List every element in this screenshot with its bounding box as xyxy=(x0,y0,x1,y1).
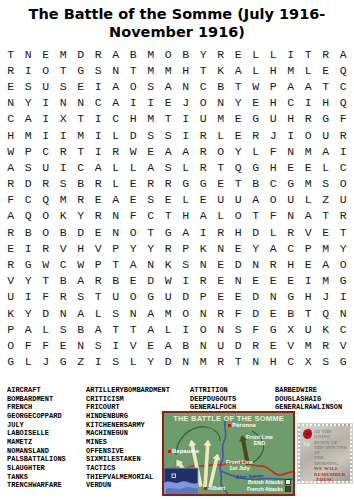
page-title: The Battle of the Somme (July 1916-Novem… xyxy=(0,5,354,41)
grid-cell: E xyxy=(265,305,283,321)
grid-cell: A xyxy=(2,159,20,175)
grid-cell: Y xyxy=(20,273,38,289)
grid-cell: U xyxy=(282,192,300,208)
grid-cell: M xyxy=(72,127,90,143)
grid-cell: N xyxy=(195,305,213,321)
grid-cell: G xyxy=(72,62,90,78)
grid-cell: T xyxy=(37,273,55,289)
grid-cell: R xyxy=(212,354,230,370)
grid-cell: R xyxy=(335,208,353,224)
grid-cell: A xyxy=(107,192,125,208)
grid-cell: M xyxy=(317,273,335,289)
battle-map: THE BATTLE OF THE SOMME Péronne Bapaume … xyxy=(162,411,295,496)
grid-cell: E xyxy=(142,143,160,159)
grid-cell: E xyxy=(230,46,248,62)
grid-cell: S xyxy=(177,256,195,272)
grid-cell: R xyxy=(300,111,318,127)
grid-cell: C xyxy=(335,159,353,175)
grid-cell: O xyxy=(160,46,178,62)
grid-cell: M xyxy=(300,143,318,159)
grid-cell: B xyxy=(177,46,195,62)
grid-cell: E xyxy=(212,256,230,272)
grid-cell: I xyxy=(20,240,38,256)
grid-cell: V xyxy=(90,240,108,256)
grid-cell: U xyxy=(107,289,125,305)
grid-cell: A xyxy=(72,305,90,321)
grid-cell: G xyxy=(265,321,283,337)
grid-cell: A xyxy=(177,143,195,159)
grid-cell: M xyxy=(282,62,300,78)
grid-cell: D xyxy=(72,46,90,62)
grid-cell: T xyxy=(335,224,353,240)
grid-cell: N xyxy=(212,321,230,337)
grid-cell: H xyxy=(265,159,283,175)
grid-cell: E xyxy=(2,240,20,256)
word-list-item: GEORGECOPPARD xyxy=(7,412,66,421)
grid-cell: R xyxy=(37,176,55,192)
grid-cell: E xyxy=(72,78,90,94)
grid-cell: Q xyxy=(20,208,38,224)
town-albert: Albert xyxy=(204,485,225,491)
word-list-item: DEEPDUGOUTS xyxy=(190,395,236,404)
grid-cell: S xyxy=(72,289,90,305)
stamp-text: AT THE GOING DOWN OF THE SUN AND IN THE … xyxy=(314,429,349,480)
grid-cell: T xyxy=(90,289,108,305)
grid-cell: I xyxy=(37,111,55,127)
worksheet-page: The Battle of the Somme (July 1916-Novem… xyxy=(0,0,354,500)
grid-cell: N xyxy=(212,95,230,111)
grid-cell: C xyxy=(2,111,20,127)
grid-cell: L xyxy=(125,354,143,370)
grid-cell: T xyxy=(300,46,318,62)
grid-cell: C xyxy=(90,95,108,111)
grid-cell: M xyxy=(212,111,230,127)
inset-map xyxy=(164,468,198,494)
grid-cell: V xyxy=(2,273,20,289)
grid-cell: F xyxy=(2,192,20,208)
grid-cell: L xyxy=(317,159,335,175)
grid-cell: A xyxy=(107,95,125,111)
grid-cell: Q xyxy=(335,95,353,111)
grid-cell: Q xyxy=(37,192,55,208)
grid-cell: I xyxy=(282,46,300,62)
grid-cell: N xyxy=(142,256,160,272)
grid-cell: A xyxy=(107,78,125,94)
front-line-july-label: Front Line 1st July xyxy=(226,459,253,471)
grid-cell: H xyxy=(177,62,195,78)
grid-cell: A xyxy=(142,159,160,175)
grid-cell: H xyxy=(282,111,300,127)
british-attack-arrow xyxy=(208,453,221,488)
grid-cell: O xyxy=(300,127,318,143)
grid-cell: F xyxy=(37,337,55,353)
grid-cell: I xyxy=(107,337,125,353)
front-line-end-label: Front Line END xyxy=(246,434,273,446)
grid-cell: N xyxy=(282,208,300,224)
grid-cell: D xyxy=(160,354,178,370)
grid-cell: T xyxy=(142,224,160,240)
grid-cell: E xyxy=(55,337,73,353)
grid-cell: R xyxy=(90,176,108,192)
grid-cell: C xyxy=(335,321,353,337)
grid-cell: O xyxy=(230,208,248,224)
grid-cell: D xyxy=(247,224,265,240)
grid-cell: D xyxy=(247,305,265,321)
grid-cell: S xyxy=(230,321,248,337)
grid-cell: J xyxy=(177,95,195,111)
grid-cell: U xyxy=(300,321,318,337)
grid-cell: T xyxy=(230,78,248,94)
grid-cell: U xyxy=(317,127,335,143)
legend-french: French Attacks xyxy=(247,486,291,493)
grid-cell: Y xyxy=(247,240,265,256)
grid-cell: I xyxy=(20,289,38,305)
grid-cell: E xyxy=(212,273,230,289)
grid-cell: A xyxy=(317,143,335,159)
grid-cell: Y xyxy=(195,46,213,62)
grid-cell: A xyxy=(230,62,248,78)
grid-cell: I xyxy=(90,127,108,143)
word-list-item: HINDENBURG xyxy=(86,412,170,421)
word-list-item: SIXMILESTAKEN xyxy=(86,455,170,464)
grid-cell: Q xyxy=(317,305,335,321)
grid-cell: N xyxy=(55,305,73,321)
grid-cell: F xyxy=(335,111,353,127)
grid-cell: O xyxy=(335,256,353,272)
grid-cell: M xyxy=(195,354,213,370)
grid-cell: L xyxy=(300,62,318,78)
grid-cell: E xyxy=(230,240,248,256)
grid-cell: Y xyxy=(230,95,248,111)
stamp-denomination: 1st xyxy=(303,441,312,447)
grid-cell: A xyxy=(90,159,108,175)
grid-cell: M xyxy=(160,62,178,78)
grid-cell: T xyxy=(160,111,178,127)
grid-cell: T xyxy=(107,256,125,272)
grid-cell: R xyxy=(160,176,178,192)
grid-cell: I xyxy=(37,95,55,111)
grid-cell: N xyxy=(265,289,283,305)
grid-cell: N xyxy=(177,354,195,370)
grid-cell: Y xyxy=(230,143,248,159)
grid-cell: M xyxy=(142,62,160,78)
grid-cell: L xyxy=(20,354,38,370)
grid-cell: E xyxy=(37,46,55,62)
grid-cell: U xyxy=(160,289,178,305)
grid-cell: H xyxy=(265,354,283,370)
grid-cell: C xyxy=(265,176,283,192)
grid-cell: N xyxy=(247,256,265,272)
grid-cell: N xyxy=(177,78,195,94)
grid-cell: A xyxy=(300,208,318,224)
word-list-item: TRENCHWARFARE xyxy=(7,481,66,490)
grid-cell: H xyxy=(230,224,248,240)
grid-cell: C xyxy=(282,95,300,111)
grid-cell: I xyxy=(195,224,213,240)
grid-cell: O xyxy=(125,78,143,94)
grid-cell: L xyxy=(265,224,283,240)
grid-cell: R xyxy=(2,62,20,78)
grid-cell: J xyxy=(317,289,335,305)
word-list-item: OFFENSIVE xyxy=(86,447,170,456)
grid-cell: R xyxy=(160,240,178,256)
grid-cell: Y xyxy=(125,240,143,256)
grid-cell: S xyxy=(160,159,178,175)
grid-cell: L xyxy=(160,321,178,337)
grid-cell: I xyxy=(90,111,108,127)
grid-cell: O xyxy=(265,192,283,208)
grid-cell: Y xyxy=(142,240,160,256)
grid-cell: K xyxy=(317,321,335,337)
grid-cell: G xyxy=(2,354,20,370)
grid-cell: W xyxy=(125,143,143,159)
grid-cell: C xyxy=(195,78,213,94)
grid-cell: D xyxy=(230,256,248,272)
grid-cell: N xyxy=(107,224,125,240)
grid-cell: I xyxy=(55,127,73,143)
grid-cell: O xyxy=(2,337,20,353)
grid-cell: K xyxy=(55,208,73,224)
grid-cell: L xyxy=(107,176,125,192)
grid-cell: R xyxy=(247,337,265,353)
grid-cell: E xyxy=(265,337,283,353)
grid-cell: I xyxy=(177,321,195,337)
grid-cell: L xyxy=(212,208,230,224)
grid-cell: C xyxy=(107,111,125,127)
grid-cell: R xyxy=(37,240,55,256)
word-list-item: LABOISELLE xyxy=(7,429,66,438)
grid-cell: B xyxy=(282,305,300,321)
grid-cell: S xyxy=(142,192,160,208)
grid-cell: P xyxy=(90,256,108,272)
grid-cell: R xyxy=(212,305,230,321)
grid-cell: E xyxy=(230,111,248,127)
word-list-item: MAMETZ xyxy=(7,438,66,447)
grid-cell: T xyxy=(2,46,20,62)
grid-cell: R xyxy=(195,273,213,289)
grid-cell: R xyxy=(2,176,20,192)
grid-cell: F xyxy=(125,208,143,224)
grid-cell: U xyxy=(335,192,353,208)
grid-cell: G xyxy=(247,111,265,127)
grid-cell: E xyxy=(212,176,230,192)
grid-cell: I xyxy=(90,354,108,370)
grid-cell: N xyxy=(195,256,213,272)
grid-cell: M xyxy=(160,305,178,321)
grid-cell: C xyxy=(55,256,73,272)
grid-cell: R xyxy=(212,224,230,240)
town-marker-icon xyxy=(168,450,171,453)
grid-cell: T xyxy=(55,62,73,78)
grid-cell: S xyxy=(55,176,73,192)
grid-cell: L xyxy=(265,46,283,62)
grid-cell: O xyxy=(37,62,55,78)
grid-cell: T xyxy=(125,62,143,78)
word-list-item: NOMANSLAND xyxy=(7,447,66,456)
grid-cell: N xyxy=(212,240,230,256)
grid-cell: V xyxy=(282,337,300,353)
grid-cell: S xyxy=(107,305,125,321)
grid-cell: T xyxy=(317,208,335,224)
grid-cell: T xyxy=(230,354,248,370)
grid-cell: L xyxy=(177,192,195,208)
grid-cell: I xyxy=(177,111,195,127)
grid-cell: O xyxy=(125,224,143,240)
grid-cell: I xyxy=(300,95,318,111)
grid-cell: F xyxy=(265,208,283,224)
map-legend: British Attacks French Attacks xyxy=(247,479,291,492)
grid-cell: T xyxy=(160,208,178,224)
grid-cell: R xyxy=(142,176,160,192)
grid-cell: S xyxy=(20,78,38,94)
grid-cell: X xyxy=(55,111,73,127)
grid-cell: S xyxy=(90,62,108,78)
grid-cell: L xyxy=(125,159,143,175)
grid-cell: X xyxy=(300,354,318,370)
grid-cell: I xyxy=(37,127,55,143)
grid-cell: E xyxy=(90,192,108,208)
grid-cell: B xyxy=(212,78,230,94)
river-ancre-path xyxy=(220,419,228,494)
grid-cell: B xyxy=(55,224,73,240)
grid-cell: N xyxy=(195,337,213,353)
grid-cell: T xyxy=(247,208,265,224)
grid-cell: C xyxy=(282,240,300,256)
word-list-item: BARBEDWIRE xyxy=(275,386,342,395)
grid-cell: E xyxy=(142,337,160,353)
grid-cell: A xyxy=(160,143,178,159)
grid-cell: G xyxy=(282,289,300,305)
grid-cell: T xyxy=(195,62,213,78)
word-list-item: BOMBARDMENT xyxy=(7,395,66,404)
grid-cell: D xyxy=(37,305,55,321)
grid-cell: S xyxy=(55,78,73,94)
grid-cell: A xyxy=(20,111,38,127)
word-list-item: KITCHENERSARMY xyxy=(86,421,170,430)
grid-cell: X xyxy=(282,321,300,337)
grid-cell: C xyxy=(20,192,38,208)
grid-cell: H xyxy=(2,127,20,143)
grid-cell: I xyxy=(335,143,353,159)
grid-cell: W xyxy=(2,143,20,159)
grid-cell: E xyxy=(160,95,178,111)
grid-cell: J xyxy=(37,354,55,370)
grid-cell: L xyxy=(107,159,125,175)
grid-cell: L xyxy=(212,127,230,143)
word-list-item: CRITICISM xyxy=(86,395,170,404)
grid-cell: H xyxy=(282,256,300,272)
grid-cell: G xyxy=(335,354,353,370)
grid-cell: I xyxy=(142,95,160,111)
grid-cell: I xyxy=(90,143,108,159)
grid-cell: T xyxy=(107,321,125,337)
grid-cell: A xyxy=(125,256,143,272)
word-list-item: TACTICS xyxy=(86,464,170,473)
grid-cell: C xyxy=(37,143,55,159)
word-list-item: ARTILLERYBOMBARDMENT xyxy=(86,386,170,395)
grid-cell: O xyxy=(335,176,353,192)
grid-cell: E xyxy=(317,62,335,78)
grid-cell: G xyxy=(177,176,195,192)
grid-cell: R xyxy=(265,256,283,272)
grid-cell: H xyxy=(265,95,283,111)
commemorative-stamp: 1st AT THE GOING DOWN OF THE SUN AND IN … xyxy=(298,424,352,483)
grid-cell: B xyxy=(72,176,90,192)
word-list-item: AIRCRAFT xyxy=(7,386,66,395)
grid-cell: C xyxy=(142,208,160,224)
grid-cell: L xyxy=(300,192,318,208)
grid-cell: N xyxy=(72,95,90,111)
grid-cell: A xyxy=(177,224,195,240)
grid-cell: I xyxy=(177,273,195,289)
grid-cell: H xyxy=(125,111,143,127)
grid-cell: K xyxy=(160,256,178,272)
grid-cell: N xyxy=(107,208,125,224)
grid-cell: K xyxy=(2,305,20,321)
word-list-item: ATTRITION xyxy=(190,386,236,395)
grid-cell: T xyxy=(212,159,230,175)
grid-cell: U xyxy=(195,111,213,127)
grid-cell: O xyxy=(125,289,143,305)
grid-cell: T xyxy=(317,78,335,94)
grid-cell: S xyxy=(142,127,160,143)
grid-cell: R xyxy=(247,127,265,143)
grid-cell: R xyxy=(107,143,125,159)
grid-cell: Y xyxy=(20,305,38,321)
grid-cell: R xyxy=(90,273,108,289)
grid-cell: V xyxy=(55,240,73,256)
grid-cell: R xyxy=(55,143,73,159)
grid-cell: A xyxy=(142,305,160,321)
grid-cell: O xyxy=(212,143,230,159)
grid-cell: D xyxy=(72,224,90,240)
grid-cell: L xyxy=(37,321,55,337)
grid-cell: U xyxy=(230,192,248,208)
grid-cell: Y xyxy=(20,95,38,111)
grid-cell: Y xyxy=(142,354,160,370)
grid-cell: D xyxy=(142,273,160,289)
grid-cell: N xyxy=(107,62,125,78)
grid-cell: L xyxy=(107,127,125,143)
grid-cell: N xyxy=(20,46,38,62)
grid-cell: B xyxy=(20,224,38,240)
grid-cell: O xyxy=(37,208,55,224)
grid-cell: G xyxy=(247,159,265,175)
grid-cell: T xyxy=(72,143,90,159)
grid-cell: Q xyxy=(335,62,353,78)
grid-cell: E xyxy=(247,273,265,289)
grid-cell: T xyxy=(300,305,318,321)
grid-cell: S xyxy=(317,176,335,192)
grid-cell: N xyxy=(55,95,73,111)
grid-cell: B xyxy=(247,176,265,192)
grid-cell: J xyxy=(265,127,283,143)
grid-cell: E xyxy=(265,273,283,289)
grid-cell: M xyxy=(142,46,160,62)
grid-cell: L xyxy=(247,143,265,159)
grid-cell: E xyxy=(212,289,230,305)
grid-cell: I xyxy=(335,289,353,305)
grid-cell: B xyxy=(125,46,143,62)
town-bapaume: Bapaume xyxy=(168,448,199,454)
grid-cell: R xyxy=(2,224,20,240)
grid-cell: A xyxy=(20,321,38,337)
grid-cell: T xyxy=(230,176,248,192)
grid-cell: A xyxy=(72,273,90,289)
grid-cell: F xyxy=(20,337,38,353)
grid-cell: V xyxy=(125,337,143,353)
grid-cell: O xyxy=(195,95,213,111)
